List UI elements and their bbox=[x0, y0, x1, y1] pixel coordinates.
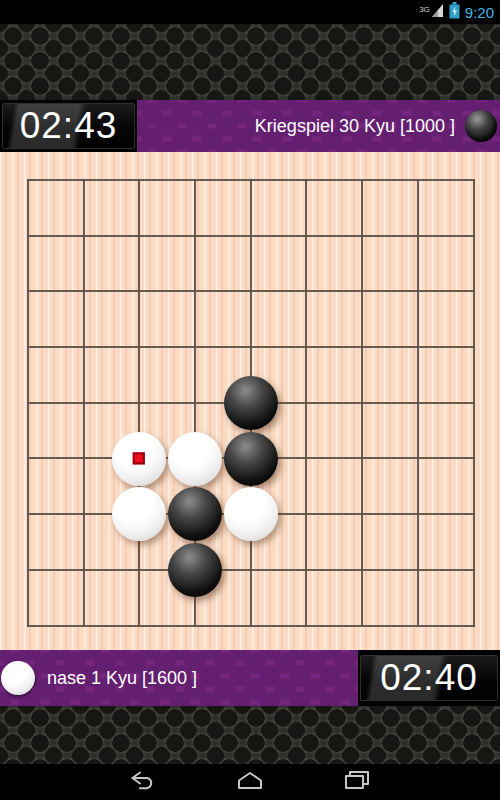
signal-strength-icon bbox=[431, 3, 444, 22]
home-button[interactable] bbox=[233, 769, 267, 795]
top-player-name: Kriegspiel 30 Kyu [1000 ] bbox=[255, 116, 455, 137]
signal-group: 3G bbox=[419, 3, 444, 22]
background-texture-top bbox=[0, 24, 500, 100]
stone-black[interactable] bbox=[168, 543, 222, 597]
bottom-player-stone-icon bbox=[1, 661, 35, 695]
bottom-player-bar: nase 1 Kyu [1600 ] 02:40 bbox=[0, 650, 500, 706]
back-button[interactable] bbox=[126, 769, 160, 795]
stone-white[interactable] bbox=[112, 432, 166, 486]
top-player-clock: 02:43 bbox=[2, 103, 135, 149]
stone-black[interactable] bbox=[224, 376, 278, 430]
recents-icon bbox=[342, 770, 372, 794]
background-texture-bottom bbox=[0, 706, 500, 764]
app-screen: 3G 9:20 02:43 Kriegspiel 30 Kyu [1000 ] bbox=[0, 0, 500, 800]
status-bar: 3G 9:20 bbox=[0, 0, 500, 24]
network-type-label: 3G bbox=[419, 6, 430, 14]
stone-white[interactable] bbox=[168, 432, 222, 486]
home-icon bbox=[235, 770, 265, 794]
status-clock: 9:20 bbox=[465, 4, 496, 21]
bottom-timer-value: 02:40 bbox=[380, 657, 478, 699]
stone-black[interactable] bbox=[224, 432, 278, 486]
bottom-player-info: nase 1 Kyu [1600 ] bbox=[0, 650, 358, 706]
top-timer-value: 02:43 bbox=[20, 105, 118, 147]
stone-black[interactable] bbox=[168, 487, 222, 541]
stone-white[interactable] bbox=[224, 487, 278, 541]
bottom-timer-cell: 02:40 bbox=[358, 650, 500, 706]
recents-button[interactable] bbox=[340, 769, 374, 795]
top-player-info: Kriegspiel 30 Kyu [1000 ] bbox=[137, 100, 500, 152]
top-timer-cell: 02:43 bbox=[0, 100, 137, 152]
last-move-marker bbox=[133, 452, 145, 464]
back-icon bbox=[128, 770, 158, 794]
top-player-bar: 02:43 Kriegspiel 30 Kyu [1000 ] bbox=[0, 100, 500, 152]
bottom-player-name: nase 1 Kyu [1600 ] bbox=[47, 668, 197, 689]
battery-charging-icon bbox=[449, 2, 460, 23]
android-nav-bar bbox=[0, 764, 500, 800]
go-board[interactable] bbox=[0, 152, 500, 650]
top-player-stone-icon bbox=[465, 110, 497, 142]
bottom-player-clock: 02:40 bbox=[360, 655, 498, 701]
